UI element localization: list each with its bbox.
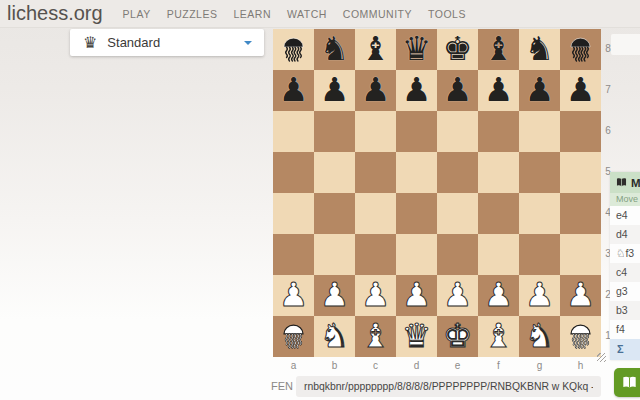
file-label-a: a	[273, 360, 314, 371]
square-g4[interactable]	[519, 193, 560, 234]
opening-explorer-toggle-button[interactable]	[614, 368, 640, 397]
piece-black-rook[interactable]	[273, 32, 314, 67]
square-d5[interactable]	[396, 152, 437, 193]
square-c3[interactable]	[355, 234, 396, 275]
menu-item-learn[interactable]: LEARN	[233, 8, 271, 20]
square-c7[interactable]: ♟	[355, 70, 396, 111]
piece-black-pawn[interactable]: ♟	[560, 70, 601, 111]
top-nav-bar: lichess.org PLAY PUZZLES LEARN WATCH COM…	[0, 0, 640, 28]
piece-white-pawn[interactable]: ♟	[560, 275, 601, 316]
square-g6[interactable]	[519, 111, 560, 152]
square-d4[interactable]	[396, 193, 437, 234]
explorer-total-row[interactable]: Σ	[610, 339, 640, 360]
piece-white-knight[interactable]: ♞	[314, 316, 355, 357]
file-label-c: c	[355, 360, 396, 371]
square-e5[interactable]	[437, 152, 478, 193]
square-b3[interactable]	[314, 234, 355, 275]
square-a2[interactable]: ♟	[273, 275, 314, 316]
piece-white-knight[interactable]: ♞	[519, 316, 560, 357]
file-label-h: h	[560, 360, 601, 371]
piece-white-pawn[interactable]: ♟	[437, 275, 478, 316]
piece-white-king[interactable]: ♚	[437, 316, 478, 357]
file-label-e: e	[437, 360, 478, 371]
piece-white-pawn[interactable]: ♟	[273, 275, 314, 316]
square-d7[interactable]: ♟	[396, 70, 437, 111]
piece-white-rook[interactable]	[273, 319, 314, 354]
piece-black-king[interactable]: ♚	[437, 29, 478, 70]
piece-white-pawn[interactable]: ♟	[396, 275, 437, 316]
chess-board[interactable]: ♞♝♛♚♝♞♟♟♟♟♟♟♟♟♟♟♟♟♟♟♟♟♞♝♛♚♝♞	[273, 29, 601, 357]
square-e1[interactable]: ♚	[437, 316, 478, 357]
file-label-g: g	[519, 360, 560, 371]
piece-black-knight[interactable]: ♞	[519, 29, 560, 70]
piece-black-pawn[interactable]: ♟	[396, 70, 437, 111]
variant-selected-value: Standard	[107, 35, 160, 50]
square-c1[interactable]: ♝	[355, 316, 396, 357]
square-g2[interactable]: ♟	[519, 275, 560, 316]
square-a5[interactable]	[273, 152, 314, 193]
square-h2[interactable]: ♟	[560, 275, 601, 316]
square-g1[interactable]: ♞	[519, 316, 560, 357]
piece-black-queen[interactable]: ♛	[396, 29, 437, 70]
square-b6[interactable]	[314, 111, 355, 152]
square-g7[interactable]: ♟	[519, 70, 560, 111]
explorer-move-column-header: Move	[610, 193, 640, 206]
piece-white-bishop[interactable]: ♝	[355, 316, 396, 357]
fen-input[interactable]	[296, 376, 601, 397]
square-f3[interactable]	[478, 234, 519, 275]
piece-white-bishop[interactable]: ♝	[478, 316, 519, 357]
explorer-header: M	[610, 172, 640, 193]
piece-white-pawn[interactable]: ♟	[478, 275, 519, 316]
main-menu: PLAY PUZZLES LEARN WATCH COMMUNITY TOOLS	[123, 8, 466, 20]
square-e3[interactable]	[437, 234, 478, 275]
square-a8[interactable]	[273, 29, 314, 70]
explorer-move-nf3[interactable]: ♘f3	[610, 244, 640, 263]
explorer-move-b3[interactable]: b3	[610, 301, 640, 320]
square-h3[interactable]	[560, 234, 601, 275]
menu-item-puzzles[interactable]: PUZZLES	[167, 8, 218, 20]
board-resize-handle[interactable]	[597, 353, 606, 362]
rank-label-6: 6	[603, 125, 613, 136]
square-e8[interactable]: ♚	[437, 29, 478, 70]
square-h8[interactable]	[560, 29, 601, 70]
piece-white-rook[interactable]	[560, 319, 601, 354]
piece-white-queen[interactable]: ♛	[396, 316, 437, 357]
piece-black-bishop[interactable]: ♝	[355, 29, 396, 70]
piece-black-pawn[interactable]: ♟	[519, 70, 560, 111]
square-h6[interactable]	[560, 111, 601, 152]
square-h4[interactable]	[560, 193, 601, 234]
square-g5[interactable]	[519, 152, 560, 193]
piece-white-pawn[interactable]: ♟	[314, 275, 355, 316]
square-e6[interactable]	[437, 111, 478, 152]
crown-icon: ♛	[83, 35, 97, 51]
square-e7[interactable]: ♟	[437, 70, 478, 111]
square-f5[interactable]	[478, 152, 519, 193]
rank-label-7: 7	[603, 84, 613, 95]
square-d1[interactable]: ♛	[396, 316, 437, 357]
book-icon	[622, 375, 637, 390]
square-f4[interactable]	[478, 193, 519, 234]
square-b1[interactable]: ♞	[314, 316, 355, 357]
square-a6[interactable]	[273, 111, 314, 152]
piece-white-pawn[interactable]: ♟	[355, 275, 396, 316]
piece-white-pawn[interactable]: ♟	[519, 275, 560, 316]
square-f7[interactable]: ♟	[478, 70, 519, 111]
square-b8[interactable]: ♞	[314, 29, 355, 70]
fen-label: FEN	[271, 376, 293, 397]
explorer-title: M	[631, 177, 640, 189]
square-a1[interactable]	[273, 316, 314, 357]
explorer-move-d4[interactable]: d4	[610, 225, 640, 244]
square-a7[interactable]: ♟	[273, 70, 314, 111]
menu-item-play[interactable]: PLAY	[123, 8, 151, 20]
square-f6[interactable]	[478, 111, 519, 152]
file-label-d: d	[396, 360, 437, 371]
square-f8[interactable]: ♝	[478, 29, 519, 70]
square-g3[interactable]	[519, 234, 560, 275]
square-h5[interactable]	[560, 152, 601, 193]
square-c2[interactable]: ♟	[355, 275, 396, 316]
file-label-b: b	[314, 360, 355, 371]
square-f1[interactable]: ♝	[478, 316, 519, 357]
square-d6[interactable]	[396, 111, 437, 152]
piece-black-knight[interactable]: ♞	[314, 29, 355, 70]
square-d3[interactable]	[396, 234, 437, 275]
piece-black-rook[interactable]	[560, 32, 601, 67]
explorer-move-c4[interactable]: c4	[610, 263, 640, 282]
square-d8[interactable]: ♛	[396, 29, 437, 70]
square-g8[interactable]: ♞	[519, 29, 560, 70]
explorer-move-list: e4 d4 ♘f3 c4 g3 b3 f4	[610, 206, 640, 339]
square-f2[interactable]: ♟	[478, 275, 519, 316]
book-icon	[616, 177, 627, 188]
piece-black-pawn[interactable]: ♟	[437, 70, 478, 111]
square-d2[interactable]: ♟	[396, 275, 437, 316]
menu-item-watch[interactable]: WATCH	[287, 8, 327, 20]
square-c8[interactable]: ♝	[355, 29, 396, 70]
square-b5[interactable]	[314, 152, 355, 193]
chevron-down-icon	[244, 41, 252, 45]
square-c6[interactable]	[355, 111, 396, 152]
explorer-move-g3[interactable]: g3	[610, 282, 640, 301]
square-c4[interactable]	[355, 193, 396, 234]
menu-item-tools[interactable]: TOOLS	[428, 8, 466, 20]
explorer-move-f4[interactable]: f4	[610, 320, 640, 339]
square-h1[interactable]	[560, 316, 601, 357]
square-a4[interactable]	[273, 193, 314, 234]
piece-black-pawn[interactable]: ♟	[478, 70, 519, 111]
square-e2[interactable]: ♟	[437, 275, 478, 316]
square-b7[interactable]: ♟	[314, 70, 355, 111]
opening-explorer: M Move e4 d4 ♘f3 c4 g3 b3 f4 Σ	[610, 172, 640, 360]
piece-black-pawn[interactable]: ♟	[355, 70, 396, 111]
square-h7[interactable]: ♟	[560, 70, 601, 111]
piece-black-bishop[interactable]: ♝	[478, 29, 519, 70]
lichess-logo[interactable]: lichess.org	[7, 2, 103, 25]
square-a3[interactable]	[273, 234, 314, 275]
square-b4[interactable]	[314, 193, 355, 234]
square-e4[interactable]	[437, 193, 478, 234]
file-label-f: f	[478, 360, 519, 371]
square-c5[interactable]	[355, 152, 396, 193]
explorer-move-e4[interactable]: e4	[610, 206, 640, 225]
variant-selector[interactable]: ♛ Standard	[70, 29, 264, 56]
piece-black-pawn[interactable]: ♟	[314, 70, 355, 111]
menu-item-community[interactable]: COMMUNITY	[343, 8, 412, 20]
piece-black-pawn[interactable]: ♟	[273, 70, 314, 111]
square-b2[interactable]: ♟	[314, 275, 355, 316]
side-panel-card	[611, 34, 640, 55]
